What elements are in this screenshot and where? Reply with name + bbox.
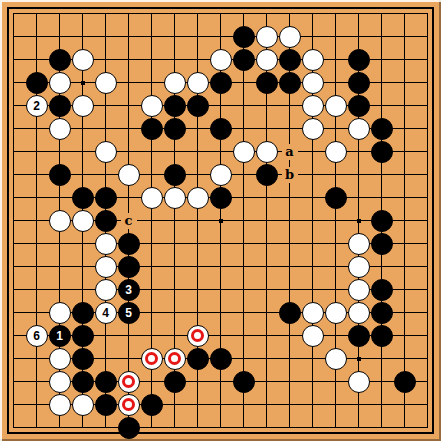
stone-black: [72, 302, 94, 324]
stone-white: [164, 72, 186, 94]
stone-black: [164, 371, 186, 393]
stone-white: [302, 72, 324, 94]
stone-white-move-4: 4: [95, 302, 117, 324]
stone-black: [279, 49, 301, 71]
stone-white: [164, 348, 186, 370]
stone-black: [348, 49, 370, 71]
stone-black: [95, 210, 117, 232]
stone-black: [49, 164, 71, 186]
stone-white-move-6: 6: [26, 325, 48, 347]
stone-black: [118, 233, 140, 255]
stone-black: [72, 371, 94, 393]
circle-mark: [191, 329, 204, 342]
stone-black: [210, 348, 232, 370]
circle-mark: [145, 352, 158, 365]
star-point: [357, 219, 361, 223]
move-number: 5: [125, 307, 132, 319]
grid-line-vertical: [404, 13, 405, 428]
stone-white: [348, 302, 370, 324]
stone-black: [256, 72, 278, 94]
stone-black: [256, 164, 278, 186]
letter-annotation-c: c: [121, 213, 137, 229]
stone-black-move-1: 1: [49, 325, 71, 347]
stone-white: [348, 233, 370, 255]
stone-black: [72, 187, 94, 209]
stone-white: [49, 394, 71, 416]
stone-white: [187, 325, 209, 347]
stone-black: [49, 49, 71, 71]
move-number: 1: [56, 330, 63, 342]
circle-mark: [168, 352, 181, 365]
stone-black: [371, 325, 393, 347]
stone-white: [141, 95, 163, 117]
star-point: [357, 357, 361, 361]
stone-black: [371, 210, 393, 232]
stone-white: [95, 279, 117, 301]
stone-white: [325, 302, 347, 324]
stone-black: [95, 394, 117, 416]
stone-black: [371, 302, 393, 324]
star-point: [219, 219, 223, 223]
move-number: 6: [33, 330, 40, 342]
stone-black: [72, 325, 94, 347]
stone-black: [348, 72, 370, 94]
stone-white: [187, 187, 209, 209]
stone-black: [233, 49, 255, 71]
stone-white: [210, 164, 232, 186]
stone-white: [302, 118, 324, 140]
stone-white: [302, 49, 324, 71]
stone-black: [141, 394, 163, 416]
stone-black: [118, 256, 140, 278]
go-board-diagram: 234561abc: [0, 0, 441, 441]
stone-white: [72, 210, 94, 232]
stone-black: [164, 95, 186, 117]
stone-white: [49, 348, 71, 370]
stone-black: [371, 118, 393, 140]
stone-white: [233, 141, 255, 163]
stone-black: [279, 302, 301, 324]
stone-white: [325, 95, 347, 117]
move-number: 3: [125, 284, 132, 296]
stone-black: [141, 118, 163, 140]
stone-black: [210, 118, 232, 140]
stone-black: [72, 348, 94, 370]
stone-black: [164, 118, 186, 140]
stone-white: [325, 348, 347, 370]
stone-black: [164, 164, 186, 186]
stone-white: [95, 233, 117, 255]
stone-black: [325, 187, 347, 209]
stone-black: [371, 279, 393, 301]
stone-white: [95, 141, 117, 163]
move-number: 2: [33, 100, 40, 112]
stone-white: [256, 141, 278, 163]
star-point: [81, 81, 85, 85]
letter-annotation-b: b: [282, 167, 298, 183]
stone-black: [187, 348, 209, 370]
stone-black-move-5: 5: [118, 302, 140, 324]
stone-white: [141, 187, 163, 209]
circle-mark: [122, 375, 135, 388]
stone-black: [49, 95, 71, 117]
stone-white: [348, 279, 370, 301]
stone-black-move-3: 3: [118, 279, 140, 301]
stone-white: [95, 256, 117, 278]
stone-black: [348, 325, 370, 347]
stone-white: [118, 371, 140, 393]
stone-black: [394, 371, 416, 393]
stone-black: [95, 187, 117, 209]
stone-white: [256, 26, 278, 48]
stone-white: [72, 394, 94, 416]
stone-black: [233, 26, 255, 48]
stone-white-move-2: 2: [26, 95, 48, 117]
stone-white: [72, 49, 94, 71]
stone-white: [348, 256, 370, 278]
stone-white: [187, 72, 209, 94]
stone-white: [325, 141, 347, 163]
stone-white: [302, 302, 324, 324]
stone-white: [141, 348, 163, 370]
stone-white: [210, 49, 232, 71]
stone-black: [210, 187, 232, 209]
stone-black: [118, 417, 140, 439]
stone-white: [118, 394, 140, 416]
stone-white: [256, 49, 278, 71]
stone-black: [210, 72, 232, 94]
stone-white: [95, 72, 117, 94]
stone-white: [348, 371, 370, 393]
grid-line-horizontal: [13, 427, 428, 428]
stone-white: [49, 118, 71, 140]
stone-white: [49, 302, 71, 324]
letter-annotation-a: a: [282, 144, 298, 160]
stone-white: [49, 371, 71, 393]
stone-black: [371, 141, 393, 163]
grid-line-vertical: [427, 13, 428, 428]
stone-black: [348, 95, 370, 117]
stone-white: [348, 118, 370, 140]
stone-white: [49, 72, 71, 94]
stone-white: [302, 325, 324, 347]
circle-mark: [122, 398, 135, 411]
move-number: 4: [102, 307, 109, 319]
stone-white: [118, 164, 140, 186]
stone-black: [371, 233, 393, 255]
stone-black: [233, 371, 255, 393]
stone-black: [95, 371, 117, 393]
stone-white: [49, 210, 71, 232]
stone-white: [302, 95, 324, 117]
stone-white: [72, 95, 94, 117]
stone-white: [279, 26, 301, 48]
stone-white: [164, 187, 186, 209]
grid-line-vertical: [243, 13, 244, 428]
stone-black: [279, 72, 301, 94]
stone-black: [187, 95, 209, 117]
stone-black: [26, 72, 48, 94]
